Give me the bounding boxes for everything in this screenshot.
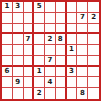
given-digit: 6	[4, 68, 9, 75]
given-digit: 1	[37, 68, 42, 75]
empty-cell-r8c1[interactable]	[2, 77, 13, 88]
empty-cell-r4c4[interactable]	[34, 34, 45, 45]
empty-cell-r2c5[interactable]	[45, 13, 56, 24]
given-cell-r1c2: 3	[13, 2, 24, 13]
given-cell-r2c9: 2	[88, 13, 99, 24]
empty-cell-r8c7[interactable]	[67, 77, 78, 88]
empty-cell-r2c1[interactable]	[2, 13, 13, 24]
empty-cell-r1c5[interactable]	[45, 2, 56, 13]
given-cell-r2c8: 7	[77, 13, 88, 24]
empty-cell-r7c2[interactable]	[13, 67, 24, 78]
empty-cell-r3c1[interactable]	[2, 24, 13, 35]
empty-cell-r3c9[interactable]	[88, 24, 99, 35]
given-digit: 7	[48, 57, 53, 64]
empty-cell-r9c1[interactable]	[2, 88, 13, 99]
given-digit: 3	[69, 68, 74, 75]
empty-cell-r3c7[interactable]	[67, 24, 78, 35]
given-cell-r4c3: 7	[24, 34, 35, 45]
empty-cell-r6c3[interactable]	[24, 56, 35, 67]
given-digit: 7	[26, 36, 31, 43]
empty-cell-r3c4[interactable]	[34, 24, 45, 35]
empty-cell-r6c7[interactable]	[67, 56, 78, 67]
given-digit: 1	[69, 46, 74, 53]
empty-cell-r3c5[interactable]	[45, 24, 56, 35]
given-cell-r7c1: 6	[2, 67, 13, 78]
empty-cell-r8c8[interactable]	[77, 77, 88, 88]
empty-cell-r5c9[interactable]	[88, 45, 99, 56]
empty-cell-r8c3[interactable]	[24, 77, 35, 88]
empty-cell-r6c2[interactable]	[13, 56, 24, 67]
empty-cell-r9c9[interactable]	[88, 88, 99, 99]
empty-cell-r4c8[interactable]	[77, 34, 88, 45]
given-cell-r4c5: 2	[45, 34, 56, 45]
given-digit: 2	[37, 90, 42, 97]
empty-cell-r4c1[interactable]	[2, 34, 13, 45]
empty-cell-r9c2[interactable]	[13, 88, 24, 99]
given-cell-r7c7: 3	[67, 67, 78, 78]
empty-cell-r1c6[interactable]	[56, 2, 67, 13]
empty-cell-r6c4[interactable]	[34, 56, 45, 67]
given-digit: 2	[91, 14, 96, 21]
given-cell-r6c5: 7	[45, 56, 56, 67]
empty-cell-r8c9[interactable]	[88, 77, 99, 88]
empty-cell-r5c4[interactable]	[34, 45, 45, 56]
empty-cell-r2c2[interactable]	[13, 13, 24, 24]
empty-cell-r3c6[interactable]	[56, 24, 67, 35]
empty-cell-r8c6[interactable]	[56, 77, 67, 88]
given-cell-r8c2: 9	[13, 77, 24, 88]
given-cell-r4c6: 8	[56, 34, 67, 45]
empty-cell-r5c6[interactable]	[56, 45, 67, 56]
empty-cell-r5c1[interactable]	[2, 45, 13, 56]
empty-cell-r3c2[interactable]	[13, 24, 24, 35]
given-digit: 4	[48, 79, 53, 86]
given-cell-r1c1: 1	[2, 2, 13, 13]
empty-cell-r7c8[interactable]	[77, 67, 88, 78]
empty-cell-r2c7[interactable]	[67, 13, 78, 24]
empty-cell-r9c5[interactable]	[45, 88, 56, 99]
empty-cell-r5c8[interactable]	[77, 45, 88, 56]
empty-cell-r4c7[interactable]	[67, 34, 78, 45]
empty-cell-r6c1[interactable]	[2, 56, 13, 67]
sudoku-board: 13572728176139428	[0, 0, 101, 101]
empty-cell-r7c3[interactable]	[24, 67, 35, 78]
empty-cell-r3c8[interactable]	[77, 24, 88, 35]
given-cell-r8c5: 4	[45, 77, 56, 88]
given-digit: 8	[80, 90, 85, 97]
given-cell-r7c4: 1	[34, 67, 45, 78]
empty-cell-r4c9[interactable]	[88, 34, 99, 45]
given-digit: 2	[48, 36, 53, 43]
empty-cell-r1c9[interactable]	[88, 2, 99, 13]
empty-cell-r9c7[interactable]	[67, 88, 78, 99]
empty-cell-r9c6[interactable]	[56, 88, 67, 99]
empty-cell-r2c3[interactable]	[24, 13, 35, 24]
empty-cell-r7c6[interactable]	[56, 67, 67, 78]
given-digit: 5	[37, 3, 42, 10]
empty-cell-r2c4[interactable]	[34, 13, 45, 24]
empty-cell-r6c8[interactable]	[77, 56, 88, 67]
empty-cell-r5c2[interactable]	[13, 45, 24, 56]
empty-cell-r9c3[interactable]	[24, 88, 35, 99]
given-digit: 7	[80, 14, 85, 21]
empty-cell-r5c5[interactable]	[45, 45, 56, 56]
empty-cell-r6c6[interactable]	[56, 56, 67, 67]
empty-cell-r5c3[interactable]	[24, 45, 35, 56]
empty-cell-r4c2[interactable]	[13, 34, 24, 45]
given-cell-r5c7: 1	[67, 45, 78, 56]
empty-cell-r2c6[interactable]	[56, 13, 67, 24]
empty-cell-r6c9[interactable]	[88, 56, 99, 67]
given-digit: 8	[58, 36, 63, 43]
empty-cell-r1c8[interactable]	[77, 2, 88, 13]
given-digit: 9	[15, 79, 20, 86]
empty-cell-r7c5[interactable]	[45, 67, 56, 78]
given-cell-r9c8: 8	[77, 88, 88, 99]
empty-cell-r7c9[interactable]	[88, 67, 99, 78]
empty-cell-r1c3[interactable]	[24, 2, 35, 13]
empty-cell-r8c4[interactable]	[34, 77, 45, 88]
given-cell-r9c4: 2	[34, 88, 45, 99]
given-digit: 3	[15, 3, 20, 10]
given-digit: 1	[4, 3, 9, 10]
empty-cell-r1c7[interactable]	[67, 2, 78, 13]
given-cell-r1c4: 5	[34, 2, 45, 13]
empty-cell-r3c3[interactable]	[24, 24, 35, 35]
